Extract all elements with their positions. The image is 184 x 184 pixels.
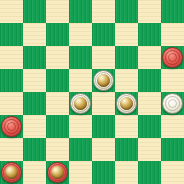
- king-gold-ball-marker: [5, 166, 18, 179]
- dark-square-r7c0[interactable]: [0, 161, 23, 184]
- light-square-r4c4: [92, 92, 115, 115]
- light-square-r1c7: [161, 23, 184, 46]
- light-square-r2c6: [138, 46, 161, 69]
- light-square-r5c1: [23, 115, 46, 138]
- dark-square-r5c0[interactable]: [0, 115, 23, 138]
- light-square-r1c5: [115, 23, 138, 46]
- dark-square-r5c6[interactable]: [138, 115, 161, 138]
- light-square-r0c2: [46, 0, 69, 23]
- dark-square-r2c3[interactable]: [69, 46, 92, 69]
- dark-square-r3c6[interactable]: [138, 69, 161, 92]
- white-man-piece[interactable]: [162, 93, 183, 114]
- light-square-r7c7: [161, 161, 184, 184]
- red-man-piece[interactable]: [162, 47, 183, 68]
- light-square-r0c4: [92, 0, 115, 23]
- red-man-piece[interactable]: [1, 116, 22, 137]
- dark-square-r4c3[interactable]: [69, 92, 92, 115]
- light-square-r6c6: [138, 138, 161, 161]
- dark-square-r4c1[interactable]: [23, 92, 46, 115]
- dark-square-r0c7[interactable]: [161, 0, 184, 23]
- light-square-r5c3: [69, 115, 92, 138]
- light-square-r7c1: [23, 161, 46, 184]
- dark-square-r4c5[interactable]: [115, 92, 138, 115]
- dark-square-r3c4[interactable]: [92, 69, 115, 92]
- dark-square-r0c3[interactable]: [69, 0, 92, 23]
- light-square-r4c2: [46, 92, 69, 115]
- dark-square-r5c2[interactable]: [46, 115, 69, 138]
- dark-square-r7c6[interactable]: [138, 161, 161, 184]
- red-king-piece[interactable]: [47, 162, 68, 183]
- light-square-r7c3: [69, 161, 92, 184]
- light-square-r3c3: [69, 69, 92, 92]
- light-square-r3c7: [161, 69, 184, 92]
- king-gold-ball-marker: [120, 97, 133, 110]
- light-square-r5c5: [115, 115, 138, 138]
- light-square-r2c4: [92, 46, 115, 69]
- checkers-board: [0, 0, 184, 184]
- white-king-piece[interactable]: [116, 93, 137, 114]
- light-square-r6c0: [0, 138, 23, 161]
- dark-square-r4c7[interactable]: [161, 92, 184, 115]
- white-king-piece[interactable]: [93, 70, 114, 91]
- light-square-r2c2: [46, 46, 69, 69]
- dark-square-r1c4[interactable]: [92, 23, 115, 46]
- king-gold-ball-marker: [97, 74, 110, 87]
- light-square-r0c0: [0, 0, 23, 23]
- light-square-r3c5: [115, 69, 138, 92]
- dark-square-r2c5[interactable]: [115, 46, 138, 69]
- light-square-r2c0: [0, 46, 23, 69]
- dark-square-r1c6[interactable]: [138, 23, 161, 46]
- light-square-r0c6: [138, 0, 161, 23]
- red-king-piece[interactable]: [1, 162, 22, 183]
- dark-square-r1c0[interactable]: [0, 23, 23, 46]
- dark-square-r2c1[interactable]: [23, 46, 46, 69]
- dark-square-r7c4[interactable]: [92, 161, 115, 184]
- light-square-r4c0: [0, 92, 23, 115]
- dark-square-r3c2[interactable]: [46, 69, 69, 92]
- light-square-r4c6: [138, 92, 161, 115]
- light-square-r5c7: [161, 115, 184, 138]
- dark-square-r5c4[interactable]: [92, 115, 115, 138]
- king-gold-ball-marker: [74, 97, 87, 110]
- dark-square-r1c2[interactable]: [46, 23, 69, 46]
- dark-square-r6c1[interactable]: [23, 138, 46, 161]
- light-square-r7c5: [115, 161, 138, 184]
- dark-square-r3c0[interactable]: [0, 69, 23, 92]
- white-king-piece[interactable]: [70, 93, 91, 114]
- dark-square-r0c5[interactable]: [115, 0, 138, 23]
- light-square-r6c4: [92, 138, 115, 161]
- light-square-r1c1: [23, 23, 46, 46]
- light-square-r1c3: [69, 23, 92, 46]
- dark-square-r6c7[interactable]: [161, 138, 184, 161]
- dark-square-r7c2[interactable]: [46, 161, 69, 184]
- dark-square-r0c1[interactable]: [23, 0, 46, 23]
- dark-square-r2c7[interactable]: [161, 46, 184, 69]
- dark-square-r6c5[interactable]: [115, 138, 138, 161]
- dark-square-r6c3[interactable]: [69, 138, 92, 161]
- light-square-r6c2: [46, 138, 69, 161]
- king-gold-ball-marker: [51, 166, 64, 179]
- light-square-r3c1: [23, 69, 46, 92]
